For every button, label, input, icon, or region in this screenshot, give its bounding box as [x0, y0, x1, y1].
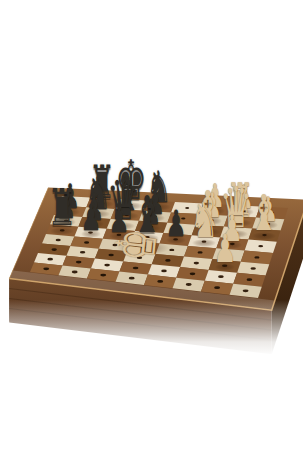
rook-glyph: ♜ — [47, 183, 77, 234]
piece-black-rook[interactable]: ♜ — [44, 193, 80, 233]
piece-white-pawn[interactable]: ♟ — [211, 238, 238, 269]
piece-white-king-fallen[interactable]: ♚ — [120, 224, 167, 267]
pawn-glyph: ♟ — [213, 230, 235, 269]
travel-chess-set-photo: ♜♚♞♟♟♟♞♝♟♟♜♟♟♟♛♟♝♛♝♜♟♟♝♟♞♟♚♟ — [0, 0, 303, 450]
bishop-glyph: ♝ — [250, 189, 279, 238]
piece-white-bishop[interactable]: ♝ — [247, 199, 282, 238]
pawn-glyph: ♟ — [80, 199, 101, 235]
pieces-layer: ♜♚♞♟♟♟♞♝♟♟♜♟♟♟♛♟♝♛♝♜♟♟♝♟♞♟♚♟ — [0, 0, 303, 450]
piece-black-pawn[interactable]: ♟ — [78, 207, 104, 236]
king-glyph: ♚ — [108, 227, 166, 265]
